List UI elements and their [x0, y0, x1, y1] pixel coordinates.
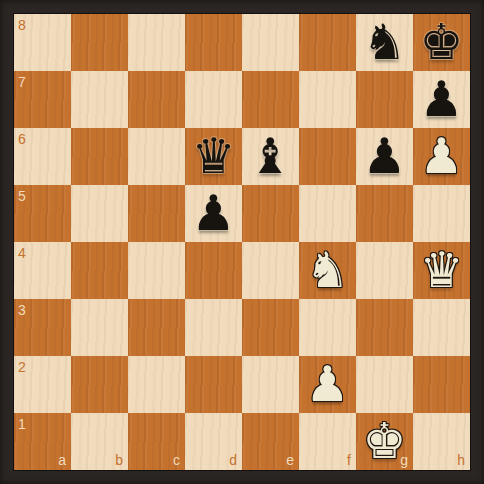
square-c4[interactable]	[128, 242, 185, 299]
square-a6[interactable]: 6	[14, 128, 71, 185]
square-b7[interactable]	[71, 71, 128, 128]
square-g6[interactable]: ♟	[356, 128, 413, 185]
square-b2[interactable]	[71, 356, 128, 413]
square-a5[interactable]: 5	[14, 185, 71, 242]
square-b8[interactable]	[71, 14, 128, 71]
rank-label-6: 6	[18, 132, 26, 146]
black-pawn-h7[interactable]: ♟	[413, 71, 470, 128]
square-f6[interactable]	[299, 128, 356, 185]
file-label-h: h	[457, 453, 465, 467]
white-queen-h4[interactable]: ♛	[413, 242, 470, 299]
square-f2[interactable]: ♟	[299, 356, 356, 413]
square-h8[interactable]: ♚	[413, 14, 470, 71]
square-e8[interactable]	[242, 14, 299, 71]
square-c6[interactable]	[128, 128, 185, 185]
square-c2[interactable]	[128, 356, 185, 413]
square-d5[interactable]: ♟	[185, 185, 242, 242]
square-g1[interactable]: g♚	[356, 413, 413, 470]
white-pawn-h6[interactable]: ♟	[413, 128, 470, 185]
rank-label-2: 2	[18, 360, 26, 374]
square-g4[interactable]	[356, 242, 413, 299]
black-pawn-g6[interactable]: ♟	[356, 128, 413, 185]
white-knight-f4[interactable]: ♞	[299, 242, 356, 299]
square-d3[interactable]	[185, 299, 242, 356]
square-d6[interactable]: ♛	[185, 128, 242, 185]
square-a1[interactable]: 1a	[14, 413, 71, 470]
square-h1[interactable]: h	[413, 413, 470, 470]
square-e3[interactable]	[242, 299, 299, 356]
square-h2[interactable]	[413, 356, 470, 413]
rank-label-8: 8	[18, 18, 26, 32]
square-d8[interactable]	[185, 14, 242, 71]
file-label-d: d	[229, 453, 237, 467]
black-king-h8[interactable]: ♚	[413, 14, 470, 71]
black-bishop-e6[interactable]: ♝	[242, 128, 299, 185]
square-e5[interactable]	[242, 185, 299, 242]
square-c8[interactable]	[128, 14, 185, 71]
square-a4[interactable]: 4	[14, 242, 71, 299]
black-queen-d6[interactable]: ♛	[185, 128, 242, 185]
square-a2[interactable]: 2	[14, 356, 71, 413]
file-label-c: c	[173, 453, 180, 467]
square-g3[interactable]	[356, 299, 413, 356]
white-pawn-f2[interactable]: ♟	[299, 356, 356, 413]
square-e4[interactable]	[242, 242, 299, 299]
square-c3[interactable]	[128, 299, 185, 356]
square-e6[interactable]: ♝	[242, 128, 299, 185]
rank-label-7: 7	[18, 75, 26, 89]
black-pawn-d5[interactable]: ♟	[185, 185, 242, 242]
rank-label-4: 4	[18, 246, 26, 260]
square-f3[interactable]	[299, 299, 356, 356]
square-b1[interactable]: b	[71, 413, 128, 470]
file-label-b: b	[115, 453, 123, 467]
square-e2[interactable]	[242, 356, 299, 413]
square-h3[interactable]	[413, 299, 470, 356]
square-g7[interactable]	[356, 71, 413, 128]
square-f4[interactable]: ♞	[299, 242, 356, 299]
square-b4[interactable]	[71, 242, 128, 299]
square-g5[interactable]	[356, 185, 413, 242]
square-e7[interactable]	[242, 71, 299, 128]
square-d4[interactable]	[185, 242, 242, 299]
chess-board: 8♞♚7♟6♛♝♟♟5♟4♞♛32♟1abcdefg♚h	[14, 14, 470, 470]
file-label-e: e	[286, 453, 294, 467]
file-label-a: a	[58, 453, 66, 467]
square-a8[interactable]: 8	[14, 14, 71, 71]
square-b5[interactable]	[71, 185, 128, 242]
black-knight-g8[interactable]: ♞	[356, 14, 413, 71]
square-g2[interactable]	[356, 356, 413, 413]
square-b6[interactable]	[71, 128, 128, 185]
square-a3[interactable]: 3	[14, 299, 71, 356]
square-a7[interactable]: 7	[14, 71, 71, 128]
square-h5[interactable]	[413, 185, 470, 242]
square-d7[interactable]	[185, 71, 242, 128]
square-f7[interactable]	[299, 71, 356, 128]
square-h6[interactable]: ♟	[413, 128, 470, 185]
square-c5[interactable]	[128, 185, 185, 242]
rank-label-1: 1	[18, 417, 26, 431]
square-d1[interactable]: d	[185, 413, 242, 470]
square-f5[interactable]	[299, 185, 356, 242]
square-h7[interactable]: ♟	[413, 71, 470, 128]
rank-label-3: 3	[18, 303, 26, 317]
square-h4[interactable]: ♛	[413, 242, 470, 299]
square-c1[interactable]: c	[128, 413, 185, 470]
rank-label-5: 5	[18, 189, 26, 203]
square-f8[interactable]	[299, 14, 356, 71]
square-d2[interactable]	[185, 356, 242, 413]
square-f1[interactable]: f	[299, 413, 356, 470]
file-label-f: f	[347, 453, 351, 467]
square-c7[interactable]	[128, 71, 185, 128]
board-frame: 8♞♚7♟6♛♝♟♟5♟4♞♛32♟1abcdefg♚h	[0, 0, 484, 484]
square-e1[interactable]: e	[242, 413, 299, 470]
square-b3[interactable]	[71, 299, 128, 356]
square-g8[interactable]: ♞	[356, 14, 413, 71]
white-king-g1[interactable]: ♚	[356, 413, 413, 470]
